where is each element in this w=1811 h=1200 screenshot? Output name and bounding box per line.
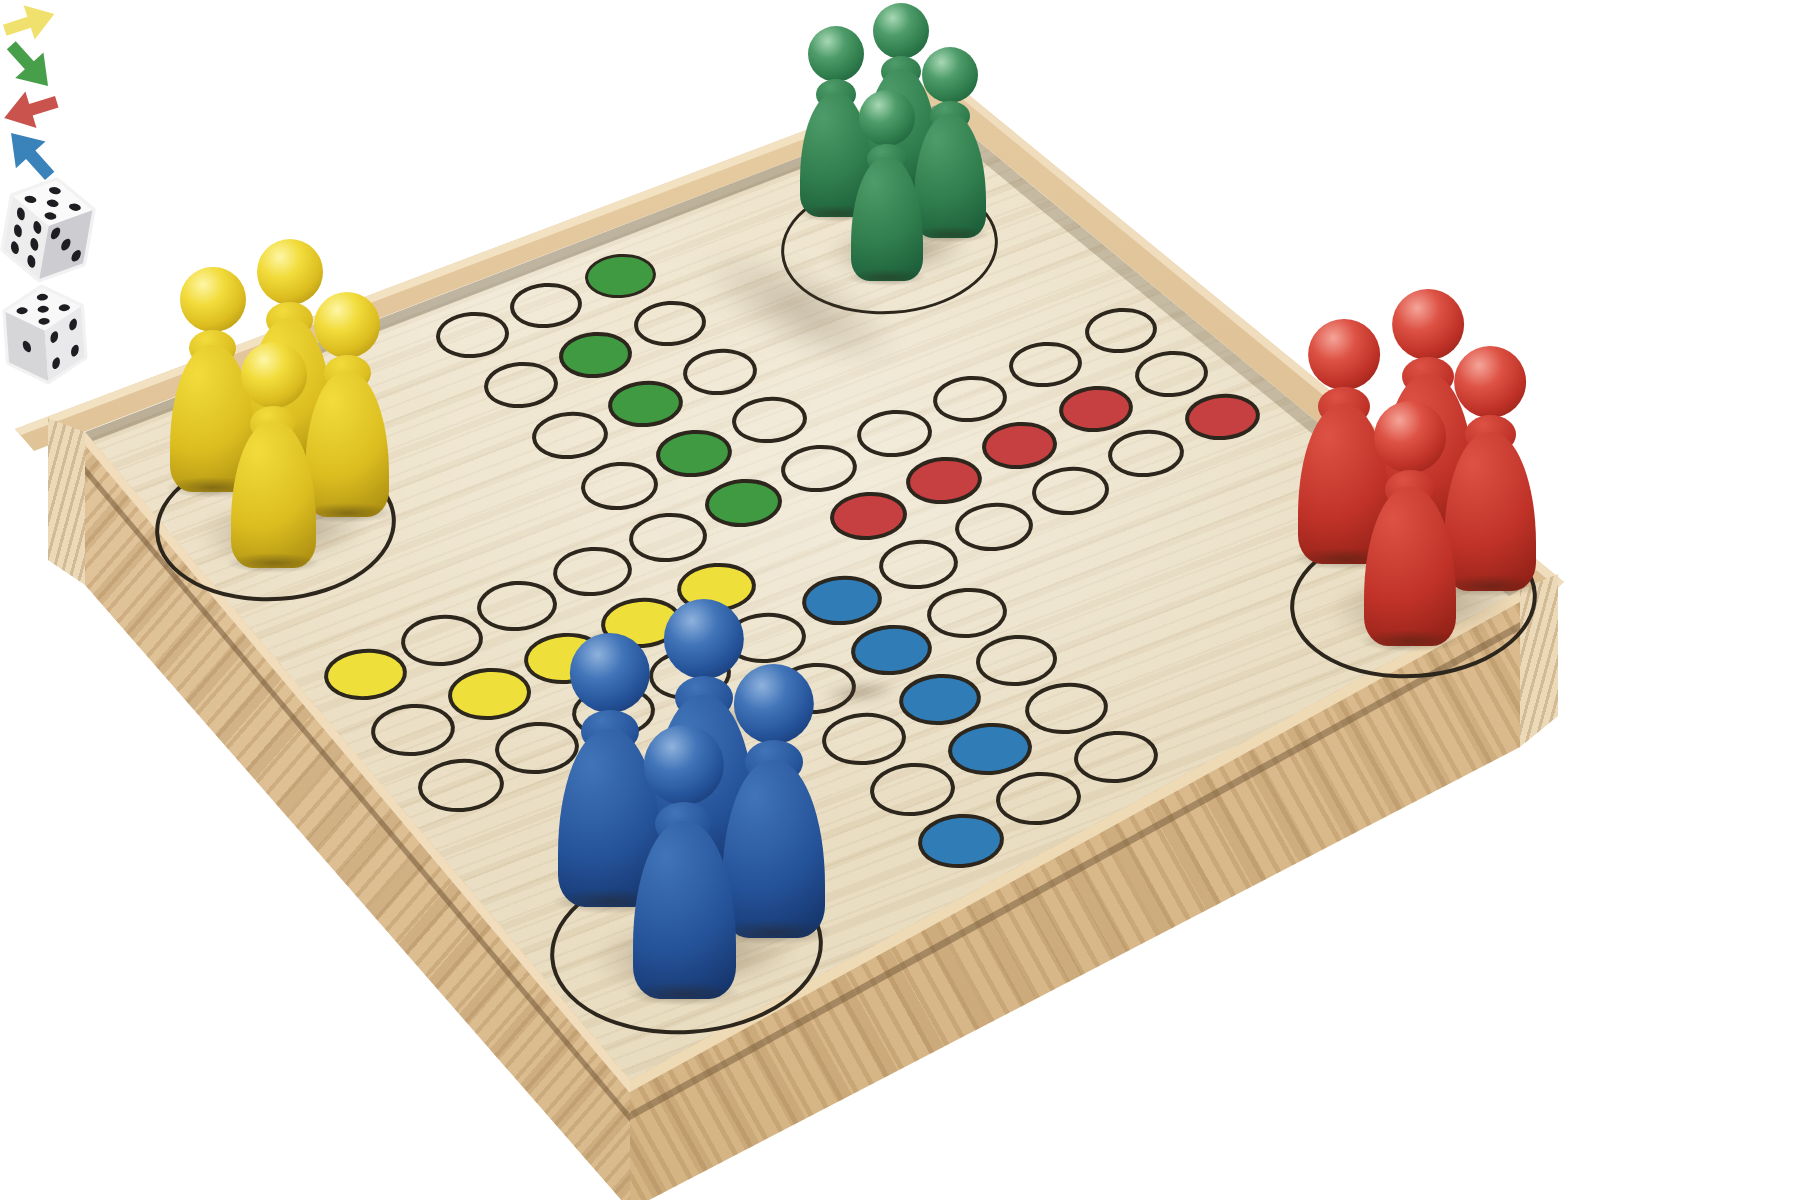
pawn-green-4[interactable] <box>851 90 923 281</box>
track-cell <box>926 585 1009 640</box>
track-cell <box>730 394 808 445</box>
track-cell <box>399 612 484 668</box>
track-cell <box>1023 680 1109 737</box>
pawn-body <box>851 157 923 281</box>
pawn-red-4[interactable] <box>1364 401 1456 646</box>
track-cell <box>627 510 708 564</box>
ludo-box-scene: Ludo (Mensch ärgere Dich nicht) — wooden… <box>0 0 1811 1200</box>
start-cell-green <box>584 251 658 300</box>
pawn-blue-4[interactable] <box>633 725 736 999</box>
track-cell <box>1133 348 1209 399</box>
track-cell <box>931 374 1008 425</box>
home-cell-red <box>828 490 908 543</box>
pawn-head <box>1308 319 1380 391</box>
track-cell <box>1007 340 1083 390</box>
track-cell <box>1107 428 1186 480</box>
start-cell-yellow <box>323 646 409 703</box>
track-cell <box>820 710 907 768</box>
track-cell <box>417 756 506 815</box>
home-cell-blue <box>849 623 933 679</box>
pawn-red-3[interactable] <box>1444 346 1536 591</box>
pieces-layer <box>0 0 1811 1200</box>
track-cell <box>954 501 1035 554</box>
home-cell-green <box>606 378 684 429</box>
pawn-head <box>734 664 814 744</box>
track-cell <box>509 280 584 330</box>
pawn-body <box>1364 487 1456 646</box>
pawn-body <box>1444 432 1536 591</box>
home-cell-blue <box>897 671 983 728</box>
track-cell <box>531 410 610 462</box>
start-cell-blue <box>916 811 1006 871</box>
home-cell-blue <box>946 720 1033 778</box>
home-cell-yellow <box>446 666 532 723</box>
track-cell <box>579 460 659 513</box>
track-cell <box>975 633 1060 689</box>
track-cell <box>370 701 458 759</box>
track-cell <box>551 544 633 599</box>
home-cell-green <box>655 427 734 479</box>
track-cell <box>994 769 1083 828</box>
pawn-yellow-4[interactable] <box>231 342 316 567</box>
track-cell <box>868 760 956 819</box>
track-cell <box>779 442 858 494</box>
home-cell-blue <box>800 574 883 629</box>
pawn-body <box>722 760 825 938</box>
track-cell <box>482 359 559 410</box>
pawn-head <box>644 725 724 805</box>
pawn-head <box>314 292 380 358</box>
track-cell <box>1030 464 1110 517</box>
track-cell <box>1083 306 1158 356</box>
pawn-head <box>922 47 978 103</box>
track-cell <box>877 537 959 591</box>
pawn-blue-3[interactable] <box>722 664 825 938</box>
track-cell <box>855 408 933 460</box>
pawn-yellow-3[interactable] <box>305 292 390 517</box>
pawn-head <box>808 26 864 82</box>
track-cell <box>475 578 559 633</box>
pawn-body <box>231 421 316 568</box>
track-cell <box>434 309 510 359</box>
pawn-head <box>180 267 246 333</box>
pawn-body <box>914 114 986 238</box>
track-cell <box>1072 728 1160 786</box>
pawn-body <box>305 371 390 518</box>
pawn-head <box>1375 401 1447 473</box>
pawn-head <box>241 342 307 408</box>
home-cell-red <box>1057 384 1134 435</box>
start-cell-red <box>1183 391 1261 442</box>
pawn-head <box>859 90 915 146</box>
track-cell <box>633 299 708 349</box>
home-cell-red <box>904 454 983 506</box>
pawn-head <box>570 633 650 713</box>
die-2[interactable] <box>0 280 93 387</box>
track-cell <box>681 346 758 397</box>
home-cell-green <box>557 329 633 380</box>
die-1[interactable] <box>0 168 105 291</box>
pawn-head <box>1455 346 1527 418</box>
pawn-body <box>633 821 736 999</box>
home-cell-red <box>981 419 1059 471</box>
home-cell-green <box>703 476 783 529</box>
pawn-green-3[interactable] <box>914 47 986 238</box>
